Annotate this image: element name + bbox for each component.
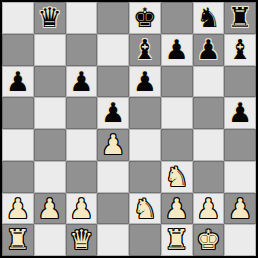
square-f5[interactable]	[161, 97, 193, 129]
square-g6[interactable]	[193, 66, 225, 98]
square-b6[interactable]	[34, 66, 66, 98]
square-c6[interactable]: ♟	[66, 66, 98, 98]
square-a7[interactable]	[2, 34, 34, 66]
square-h7[interactable]: ♝	[224, 34, 256, 66]
white-pawn: ♟	[228, 193, 252, 225]
square-a4[interactable]	[2, 129, 34, 161]
black-pawn: ♟	[228, 97, 252, 129]
white-knight: ♞	[165, 161, 189, 193]
square-h8[interactable]: ♜	[224, 2, 256, 34]
square-e3[interactable]	[129, 161, 161, 193]
square-e7[interactable]: ♝	[129, 34, 161, 66]
white-rook: ♜	[165, 224, 189, 256]
black-pawn: ♟	[101, 97, 125, 129]
square-c2[interactable]: ♟	[66, 193, 98, 225]
square-c5[interactable]	[66, 97, 98, 129]
square-f4[interactable]	[161, 129, 193, 161]
square-a3[interactable]	[2, 161, 34, 193]
square-e5[interactable]	[129, 97, 161, 129]
square-c4[interactable]	[66, 129, 98, 161]
square-e6[interactable]: ♟	[129, 66, 161, 98]
square-d3[interactable]	[97, 161, 129, 193]
square-g1[interactable]: ♚	[193, 224, 225, 256]
square-f6[interactable]	[161, 66, 193, 98]
square-h3[interactable]	[224, 161, 256, 193]
white-pawn: ♟	[6, 193, 30, 225]
black-pawn: ♟	[196, 34, 220, 66]
black-bishop: ♝	[228, 34, 252, 66]
white-pawn: ♟	[101, 129, 125, 161]
square-d7[interactable]	[97, 34, 129, 66]
white-pawn: ♟	[69, 193, 93, 225]
square-f3[interactable]: ♞	[161, 161, 193, 193]
chess-board-frame: ♛♚♞♜♝♟♟♝♟♟♟♟♟♟♞♟♟♟♞♟♟♟♜♛♜♚	[0, 0, 258, 258]
square-b5[interactable]	[34, 97, 66, 129]
square-e1[interactable]	[129, 224, 161, 256]
black-bishop: ♝	[133, 34, 157, 66]
white-queen: ♛	[69, 224, 93, 256]
square-h2[interactable]: ♟	[224, 193, 256, 225]
square-a2[interactable]: ♟	[2, 193, 34, 225]
square-h4[interactable]	[224, 129, 256, 161]
white-knight: ♞	[133, 193, 157, 225]
square-c1[interactable]: ♛	[66, 224, 98, 256]
square-d2[interactable]	[97, 193, 129, 225]
black-pawn: ♟	[6, 66, 30, 98]
black-rook: ♜	[228, 2, 252, 34]
white-rook: ♜	[6, 224, 30, 256]
square-f2[interactable]: ♟	[161, 193, 193, 225]
square-d4[interactable]: ♟	[97, 129, 129, 161]
chess-board: ♛♚♞♜♝♟♟♝♟♟♟♟♟♟♞♟♟♟♞♟♟♟♜♛♜♚	[2, 2, 256, 256]
square-g4[interactable]	[193, 129, 225, 161]
square-a6[interactable]: ♟	[2, 66, 34, 98]
square-d6[interactable]	[97, 66, 129, 98]
black-pawn: ♟	[69, 66, 93, 98]
square-b7[interactable]	[34, 34, 66, 66]
black-pawn: ♟	[133, 66, 157, 98]
white-pawn: ♟	[38, 193, 62, 225]
white-king: ♚	[196, 224, 220, 256]
square-h1[interactable]	[224, 224, 256, 256]
square-c3[interactable]	[66, 161, 98, 193]
square-g5[interactable]	[193, 97, 225, 129]
square-e8[interactable]: ♚	[129, 2, 161, 34]
square-g7[interactable]: ♟	[193, 34, 225, 66]
square-a1[interactable]: ♜	[2, 224, 34, 256]
square-c7[interactable]	[66, 34, 98, 66]
square-b1[interactable]	[34, 224, 66, 256]
square-d5[interactable]: ♟	[97, 97, 129, 129]
black-knight: ♞	[196, 2, 220, 34]
square-h5[interactable]: ♟	[224, 97, 256, 129]
square-f7[interactable]: ♟	[161, 34, 193, 66]
square-g2[interactable]: ♟	[193, 193, 225, 225]
square-b8[interactable]: ♛	[34, 2, 66, 34]
square-f8[interactable]	[161, 2, 193, 34]
black-king: ♚	[133, 2, 157, 34]
square-e4[interactable]	[129, 129, 161, 161]
square-g8[interactable]: ♞	[193, 2, 225, 34]
white-pawn: ♟	[196, 193, 220, 225]
square-d8[interactable]	[97, 2, 129, 34]
square-e2[interactable]: ♞	[129, 193, 161, 225]
square-a8[interactable]	[2, 2, 34, 34]
square-h6[interactable]	[224, 66, 256, 98]
square-d1[interactable]	[97, 224, 129, 256]
square-b3[interactable]	[34, 161, 66, 193]
black-pawn: ♟	[165, 34, 189, 66]
black-queen: ♛	[38, 2, 62, 34]
square-b4[interactable]	[34, 129, 66, 161]
square-b2[interactable]: ♟	[34, 193, 66, 225]
square-f1[interactable]: ♜	[161, 224, 193, 256]
square-c8[interactable]	[66, 2, 98, 34]
square-g3[interactable]	[193, 161, 225, 193]
white-pawn: ♟	[165, 193, 189, 225]
square-a5[interactable]	[2, 97, 34, 129]
